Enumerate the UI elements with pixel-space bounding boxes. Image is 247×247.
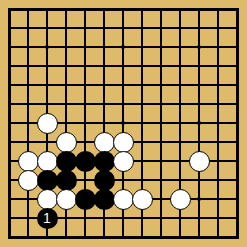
stone-white xyxy=(37,151,58,172)
hoshi-point xyxy=(197,45,201,49)
stone-white xyxy=(18,170,39,191)
stone-white xyxy=(56,189,77,210)
stone-white xyxy=(113,189,134,210)
grid-line-horizontal xyxy=(8,236,239,239)
hoshi-point xyxy=(121,45,125,49)
stone-white xyxy=(113,151,134,172)
hoshi-point xyxy=(45,45,49,49)
stone-black xyxy=(56,151,77,172)
grid-line-vertical xyxy=(236,8,239,239)
stone-white xyxy=(113,132,134,153)
hoshi-point xyxy=(197,121,201,125)
stone-white xyxy=(132,189,153,210)
stone-black xyxy=(94,151,115,172)
stone-white xyxy=(37,113,58,134)
goban[interactable]: 1 xyxy=(0,0,247,247)
stone-black xyxy=(56,170,77,191)
grid-line-vertical xyxy=(160,8,162,239)
stone-black-move-1: 1 xyxy=(37,208,58,229)
stone-black xyxy=(75,151,96,172)
hoshi-point xyxy=(197,197,201,201)
stone-white xyxy=(18,151,39,172)
grid-line-vertical xyxy=(217,8,219,239)
stone-white xyxy=(189,151,210,172)
stone-black xyxy=(94,170,115,191)
stone-white xyxy=(170,189,191,210)
stone-white xyxy=(94,132,115,153)
stone-white xyxy=(56,132,77,153)
stone-black xyxy=(75,189,96,210)
stone-black xyxy=(37,170,58,191)
stone-white xyxy=(37,189,58,210)
stone-black xyxy=(94,189,115,210)
hoshi-point xyxy=(121,121,125,125)
